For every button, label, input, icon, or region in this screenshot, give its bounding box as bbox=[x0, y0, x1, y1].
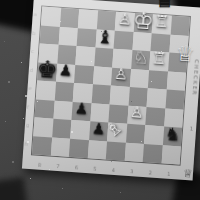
file-label: g bbox=[25, 116, 29, 135]
square-f3: ♙ bbox=[127, 105, 147, 125]
square-h6 bbox=[69, 138, 89, 158]
square-b5: ♝ bbox=[95, 29, 115, 49]
dust-speck bbox=[62, 188, 63, 189]
square-a1 bbox=[170, 16, 190, 36]
square-g1: ♞ bbox=[162, 126, 182, 146]
square-h7 bbox=[50, 137, 70, 157]
square-d7: ♟ bbox=[56, 63, 76, 83]
square-g2 bbox=[144, 125, 164, 145]
square-c5 bbox=[94, 47, 114, 67]
file-label: f bbox=[27, 97, 31, 116]
rank-label: 6 bbox=[67, 164, 86, 171]
square-c2: ♖ bbox=[149, 51, 169, 71]
rank-label: 2 bbox=[141, 169, 160, 176]
square-f2 bbox=[145, 107, 165, 127]
square-g3 bbox=[126, 124, 146, 144]
square-c3: ♘ bbox=[131, 50, 151, 70]
square-g8 bbox=[33, 117, 53, 137]
rank-label: 7 bbox=[49, 162, 68, 169]
square-e5 bbox=[91, 84, 111, 104]
square-d4: ♙ bbox=[111, 67, 131, 87]
piece-black-bishop-b5: ♝ bbox=[96, 27, 113, 46]
square-e2 bbox=[147, 88, 167, 108]
square-g7 bbox=[52, 119, 72, 139]
file-label: b bbox=[32, 24, 36, 43]
rank-label: 1 bbox=[159, 170, 178, 177]
file-label: d bbox=[29, 60, 33, 79]
dust-speck bbox=[21, 62, 22, 63]
square-b8 bbox=[40, 25, 60, 45]
square-f7 bbox=[53, 100, 73, 120]
board-edge-mark: 1 bbox=[190, 125, 194, 131]
piece-white-knight-c3: ♘ bbox=[132, 49, 148, 67]
rank-label: 5 bbox=[85, 165, 104, 172]
rank-label: 4 bbox=[104, 166, 123, 173]
square-f8 bbox=[35, 99, 55, 119]
square-b7 bbox=[58, 26, 78, 46]
file-label: c bbox=[30, 42, 34, 61]
square-a2: ♖ bbox=[152, 14, 172, 34]
crown-logo-icon: ♕ bbox=[183, 168, 194, 180]
square-c6 bbox=[75, 46, 95, 66]
square-d2 bbox=[148, 70, 168, 90]
background-shadow-bottom-left bbox=[0, 177, 28, 200]
piece-white-pawn-f3: ♙ bbox=[130, 105, 144, 121]
square-h4 bbox=[106, 141, 126, 161]
square-h8 bbox=[32, 136, 52, 156]
square-a3: ♔ bbox=[133, 13, 153, 33]
dust-speck bbox=[4, 41, 5, 42]
square-e8 bbox=[36, 80, 56, 100]
square-g4: ♗ bbox=[107, 122, 127, 142]
square-g6 bbox=[70, 120, 90, 140]
piece-white-king-a3: ♔ bbox=[132, 9, 154, 33]
square-h2 bbox=[143, 144, 163, 164]
chess-board: ♙♔♖♝♘♖♚♟♙♟♙♟♗♞ bbox=[31, 6, 191, 166]
square-a8 bbox=[41, 7, 61, 27]
dust-speck bbox=[12, 161, 14, 163]
captured-black-queen: ♛ bbox=[154, 0, 176, 11]
square-d6 bbox=[74, 65, 94, 85]
square-e7 bbox=[54, 82, 74, 102]
chess-board-photo: ♙♔♖♝♘♖♚♟♙♟♙♟♗♞ 87654321 abcdefgh CHECKER… bbox=[0, 0, 200, 200]
square-d3 bbox=[129, 68, 149, 88]
file-label: e bbox=[28, 79, 32, 98]
square-a7 bbox=[59, 8, 79, 28]
piece-black-pawn-d7: ♟ bbox=[58, 63, 72, 79]
square-f6: ♟ bbox=[71, 101, 91, 121]
square-e1 bbox=[165, 89, 185, 109]
piece-white-rook-c2: ♖ bbox=[151, 51, 166, 68]
dust-speck bbox=[23, 118, 24, 119]
square-d1 bbox=[166, 71, 186, 91]
square-a6 bbox=[78, 9, 98, 29]
rank-label: 8 bbox=[30, 161, 49, 168]
square-e4 bbox=[110, 86, 130, 106]
square-h1 bbox=[161, 145, 181, 165]
dust-speck bbox=[8, 81, 10, 83]
square-b4 bbox=[114, 30, 134, 50]
dust-speck bbox=[5, 121, 6, 122]
dust-speck bbox=[120, 192, 121, 193]
rank-label: 3 bbox=[122, 168, 141, 175]
captured-white-queen: ♕ bbox=[175, 43, 195, 65]
piece-black-knight-g1: ♞ bbox=[164, 125, 180, 143]
piece-black-pawn-f6: ♟ bbox=[74, 101, 88, 117]
chess-mat: ♙♔♖♝♘♖♚♟♙♟♙♟♗♞ 87654321 abcdefgh CHECKER… bbox=[22, 0, 200, 181]
square-d8: ♚ bbox=[37, 62, 57, 82]
file-label: h bbox=[24, 134, 28, 153]
piece-black-king-d8: ♚ bbox=[36, 58, 58, 82]
square-h3 bbox=[124, 142, 144, 162]
piece-white-pawn-d4: ♙ bbox=[114, 67, 128, 83]
square-d5 bbox=[92, 66, 112, 86]
piece-white-rook-a2: ♖ bbox=[154, 14, 169, 31]
file-label: a bbox=[33, 5, 37, 24]
square-b6 bbox=[77, 28, 97, 48]
piece-white-pawn-a4: ♙ bbox=[118, 12, 132, 28]
dust-speck bbox=[30, 178, 31, 179]
square-h5 bbox=[87, 140, 107, 160]
